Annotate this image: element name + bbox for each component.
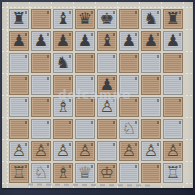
square-a2: ♙ <box>8 140 30 162</box>
square-h4 <box>162 96 184 118</box>
stamp-g5 <box>141 75 161 95</box>
stamp-a3 <box>9 119 29 139</box>
black-pawn: ♟ <box>144 32 158 50</box>
square-d1: ♕ <box>74 162 96 184</box>
stamp-a5 <box>9 75 29 95</box>
stamp-b4 <box>31 97 51 117</box>
stamp-b8 <box>31 9 51 29</box>
stamp-g4 <box>141 97 161 117</box>
black-queen: ♛ <box>78 10 92 28</box>
square-b7: ♟ <box>30 30 52 52</box>
black-king: ♚ <box>100 10 114 28</box>
black-pawn: ♟ <box>122 32 136 50</box>
black-bishop: ♝ <box>56 10 70 28</box>
stamp-c4: ♗ <box>53 97 73 117</box>
stamp-c3 <box>53 119 73 139</box>
square-b4 <box>30 96 52 118</box>
black-pawn: ♟ <box>56 32 70 50</box>
black-pawn: ♟ <box>12 32 26 50</box>
square-d7: ♟ <box>74 30 96 52</box>
square-g8: ♞ <box>140 8 162 30</box>
square-c5 <box>52 74 74 96</box>
square-a6 <box>8 52 30 74</box>
square-a3 <box>8 118 30 140</box>
square-g1 <box>140 162 162 184</box>
stamp-b7: ♟ <box>31 31 51 51</box>
stamp-c6: ♞ <box>53 53 73 73</box>
stamp-a1: ♖ <box>9 163 29 183</box>
square-g7: ♟ <box>140 30 162 52</box>
stamp-h7: ♟ <box>163 31 183 51</box>
stamp-h3 <box>163 119 183 139</box>
square-g3 <box>140 118 162 140</box>
white-king: ♔ <box>100 164 114 182</box>
stamp-sheet: ♜♝♛♚♞♜♟♟♟♟♝♟♟♟♞♟♗♙♘♙♙♙♙♙♙♙♖♘♗♕♔♖ delcamp… <box>2 2 193 188</box>
square-h5 <box>162 74 184 96</box>
stamp-c5 <box>53 75 73 95</box>
stamp-f1 <box>119 163 139 183</box>
stamp-g3 <box>141 119 161 139</box>
square-c6: ♞ <box>52 52 74 74</box>
square-e2 <box>96 140 118 162</box>
square-b6 <box>30 52 52 74</box>
stamp-d3 <box>75 119 95 139</box>
stamp-b5 <box>31 75 51 95</box>
stamp-c7: ♟ <box>53 31 73 51</box>
square-a1: ♖ <box>8 162 30 184</box>
black-rook: ♜ <box>12 10 26 28</box>
stamp-d2: ♙ <box>75 141 95 161</box>
stamp-h5 <box>163 75 183 95</box>
stamp-b1: ♘ <box>31 163 51 183</box>
square-b2: ♙ <box>30 140 52 162</box>
square-c7: ♟ <box>52 30 74 52</box>
square-e6 <box>96 52 118 74</box>
stamp-d6 <box>75 53 95 73</box>
stamp-f8 <box>119 9 139 29</box>
stamp-d5 <box>75 75 95 95</box>
stamp-e6 <box>97 53 117 73</box>
black-bishop: ♝ <box>100 32 114 50</box>
white-rook: ♖ <box>12 164 26 182</box>
white-pawn: ♙ <box>34 142 48 160</box>
stamp-f3: ♘ <box>119 119 139 139</box>
stamp-c8: ♝ <box>53 9 73 29</box>
square-c3 <box>52 118 74 140</box>
square-h8: ♜ <box>162 8 184 30</box>
square-d2: ♙ <box>74 140 96 162</box>
square-h6 <box>162 52 184 74</box>
stamp-d8: ♛ <box>75 9 95 29</box>
stamp-g7: ♟ <box>141 31 161 51</box>
stamp-f6 <box>119 53 139 73</box>
white-knight: ♘ <box>34 164 48 182</box>
chess-board: ♜♝♛♚♞♜♟♟♟♟♝♟♟♟♞♟♗♙♘♙♙♙♙♙♙♙♖♘♗♕♔♖ <box>8 8 184 184</box>
stamp-e5: ♟ <box>97 75 117 95</box>
square-d4 <box>74 96 96 118</box>
square-c1: ♗ <box>52 162 74 184</box>
stamp-g1 <box>141 163 161 183</box>
black-pawn: ♟ <box>34 32 48 50</box>
square-d6 <box>74 52 96 74</box>
square-g2: ♙ <box>140 140 162 162</box>
stamp-e7: ♝ <box>97 31 117 51</box>
square-f5 <box>118 74 140 96</box>
stamp-c2: ♙ <box>53 141 73 161</box>
square-d3 <box>74 118 96 140</box>
stamp-e8: ♚ <box>97 9 117 29</box>
stamp-b6 <box>31 53 51 73</box>
square-e3 <box>96 118 118 140</box>
stamp-a7: ♟ <box>9 31 29 51</box>
stamp-f7: ♟ <box>119 31 139 51</box>
white-pawn: ♙ <box>56 142 70 160</box>
white-bishop: ♗ <box>56 98 70 116</box>
white-pawn: ♙ <box>100 98 114 116</box>
square-f6 <box>118 52 140 74</box>
square-b3 <box>30 118 52 140</box>
stamp-e4: ♙ <box>97 97 117 117</box>
stamp-h8: ♜ <box>163 9 183 29</box>
stamp-e2 <box>97 141 117 161</box>
square-c8: ♝ <box>52 8 74 30</box>
square-c2: ♙ <box>52 140 74 162</box>
square-b5 <box>30 74 52 96</box>
white-bishop: ♗ <box>56 164 70 182</box>
square-f8 <box>118 8 140 30</box>
square-h3 <box>162 118 184 140</box>
stamp-h1: ♖ <box>163 163 183 183</box>
square-a4 <box>8 96 30 118</box>
white-rook: ♖ <box>166 164 180 182</box>
square-a5 <box>8 74 30 96</box>
square-g4 <box>140 96 162 118</box>
stamp-f4 <box>119 97 139 117</box>
square-b1: ♘ <box>30 162 52 184</box>
stamp-a2: ♙ <box>9 141 29 161</box>
square-h7: ♟ <box>162 30 184 52</box>
stamp-d7: ♟ <box>75 31 95 51</box>
stamp-g2: ♙ <box>141 141 161 161</box>
stamp-a8: ♜ <box>9 9 29 29</box>
stamp-d4 <box>75 97 95 117</box>
white-pawn: ♙ <box>122 142 136 160</box>
square-h2: ♙ <box>162 140 184 162</box>
stamp-b3 <box>31 119 51 139</box>
stamp-h6 <box>163 53 183 73</box>
stamp-h4 <box>163 97 183 117</box>
stamp-e3 <box>97 119 117 139</box>
stamp-a4 <box>9 97 29 117</box>
square-f7: ♟ <box>118 30 140 52</box>
square-f4 <box>118 96 140 118</box>
black-knight: ♞ <box>144 10 158 28</box>
white-pawn: ♙ <box>166 142 180 160</box>
black-pawn: ♟ <box>78 32 92 50</box>
white-pawn: ♙ <box>12 142 26 160</box>
square-e1: ♔ <box>96 162 118 184</box>
square-d5 <box>74 74 96 96</box>
square-a8: ♜ <box>8 8 30 30</box>
stamp-g6 <box>141 53 161 73</box>
white-pawn: ♙ <box>78 142 92 160</box>
square-a7: ♟ <box>8 30 30 52</box>
stamp-e1: ♔ <box>97 163 117 183</box>
square-e8: ♚ <box>96 8 118 30</box>
stamp-d1: ♕ <box>75 163 95 183</box>
square-h1: ♖ <box>162 162 184 184</box>
square-f1 <box>118 162 140 184</box>
square-g5 <box>140 74 162 96</box>
black-knight: ♞ <box>56 54 70 72</box>
stamp-h2: ♙ <box>163 141 183 161</box>
white-pawn: ♙ <box>144 142 158 160</box>
black-pawn: ♟ <box>166 32 180 50</box>
stamp-f5 <box>119 75 139 95</box>
stamp-b2: ♙ <box>31 141 51 161</box>
square-d8: ♛ <box>74 8 96 30</box>
square-e7: ♝ <box>96 30 118 52</box>
black-rook: ♜ <box>166 10 180 28</box>
photo-background: ♜♝♛♚♞♜♟♟♟♟♝♟♟♟♞♟♗♙♘♙♙♙♙♙♙♙♖♘♗♕♔♖ delcamp… <box>0 0 195 195</box>
square-c4: ♗ <box>52 96 74 118</box>
stamp-c1: ♗ <box>53 163 73 183</box>
square-f3: ♘ <box>118 118 140 140</box>
square-e4: ♙ <box>96 96 118 118</box>
square-f2: ♙ <box>118 140 140 162</box>
stamp-g8: ♞ <box>141 9 161 29</box>
square-e5: ♟ <box>96 74 118 96</box>
black-pawn: ♟ <box>100 76 114 94</box>
white-queen: ♕ <box>78 164 92 182</box>
stamp-f2: ♙ <box>119 141 139 161</box>
white-knight: ♘ <box>122 120 136 138</box>
square-g6 <box>140 52 162 74</box>
stamp-a6 <box>9 53 29 73</box>
square-b8 <box>30 8 52 30</box>
